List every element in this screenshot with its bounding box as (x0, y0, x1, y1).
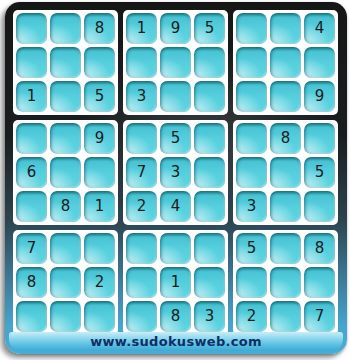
cell-r4c6[interactable] (194, 123, 225, 154)
cell-r5c9[interactable]: 5 (304, 157, 335, 188)
cell-r6c7[interactable]: 3 (236, 191, 267, 222)
cell-r5c8[interactable] (270, 157, 301, 188)
cell-r4c5[interactable]: 5 (160, 123, 191, 154)
box-5: 57324 (123, 120, 228, 225)
cell-r6c9[interactable] (304, 191, 335, 222)
cell-r9c8[interactable] (270, 301, 301, 332)
site-url-link[interactable]: www.sudokusweb.com (90, 334, 262, 349)
cell-r6c4[interactable]: 2 (126, 191, 157, 222)
cell-r7c7[interactable]: 5 (236, 233, 267, 264)
cell-r5c6[interactable] (194, 157, 225, 188)
cell-r2c4[interactable] (126, 47, 157, 78)
sudoku-grid: 8151953499681573248537821835827 (13, 10, 338, 335)
cell-r7c6[interactable] (194, 233, 225, 264)
cell-r4c4[interactable] (126, 123, 157, 154)
cell-r2c9[interactable] (304, 47, 335, 78)
box-7: 782 (13, 230, 118, 335)
box-3: 49 (233, 10, 338, 115)
cell-r9c4[interactable] (126, 301, 157, 332)
cell-r7c2[interactable] (50, 233, 81, 264)
cell-r2c8[interactable] (270, 47, 301, 78)
cell-r9c6[interactable]: 3 (194, 301, 225, 332)
cell-r6c3[interactable]: 1 (84, 191, 115, 222)
cell-r3c5[interactable] (160, 81, 191, 112)
cell-r5c5[interactable]: 3 (160, 157, 191, 188)
cell-r6c1[interactable] (16, 191, 47, 222)
cell-r4c2[interactable] (50, 123, 81, 154)
cell-r8c3[interactable]: 2 (84, 267, 115, 298)
cell-r1c4[interactable]: 1 (126, 13, 157, 44)
cell-r9c1[interactable] (16, 301, 47, 332)
cell-r3c1[interactable]: 1 (16, 81, 47, 112)
cell-r3c3[interactable]: 5 (84, 81, 115, 112)
cell-r1c2[interactable] (50, 13, 81, 44)
cell-r5c3[interactable] (84, 157, 115, 188)
box-9: 5827 (233, 230, 338, 335)
cell-r1c8[interactable] (270, 13, 301, 44)
cell-r8c5[interactable]: 1 (160, 267, 191, 298)
cell-r4c8[interactable]: 8 (270, 123, 301, 154)
cell-r7c8[interactable] (270, 233, 301, 264)
sudoku-page: 8151953499681573248537821835827 www.sudo… (0, 0, 350, 360)
cell-r2c2[interactable] (50, 47, 81, 78)
box-4: 9681 (13, 120, 118, 225)
cell-r6c5[interactable]: 4 (160, 191, 191, 222)
cell-r5c1[interactable]: 6 (16, 157, 47, 188)
cell-r3c9[interactable]: 9 (304, 81, 335, 112)
cell-r9c3[interactable] (84, 301, 115, 332)
cell-r6c2[interactable]: 8 (50, 191, 81, 222)
cell-r7c4[interactable] (126, 233, 157, 264)
cell-r8c9[interactable] (304, 267, 335, 298)
cell-r8c1[interactable]: 8 (16, 267, 47, 298)
cell-r6c8[interactable] (270, 191, 301, 222)
cell-r4c3[interactable]: 9 (84, 123, 115, 154)
cell-r2c3[interactable] (84, 47, 115, 78)
box-2: 1953 (123, 10, 228, 115)
cell-r1c9[interactable]: 4 (304, 13, 335, 44)
cell-r8c7[interactable] (236, 267, 267, 298)
cell-r4c7[interactable] (236, 123, 267, 154)
cell-r3c7[interactable] (236, 81, 267, 112)
cell-r1c1[interactable] (16, 13, 47, 44)
cell-r5c2[interactable] (50, 157, 81, 188)
cell-r6c6[interactable] (194, 191, 225, 222)
cell-r1c6[interactable]: 5 (194, 13, 225, 44)
sudoku-board-frame: 8151953499681573248537821835827 www.sudo… (5, 2, 347, 354)
cell-r2c6[interactable] (194, 47, 225, 78)
cell-r7c1[interactable]: 7 (16, 233, 47, 264)
cell-r3c4[interactable]: 3 (126, 81, 157, 112)
cell-r3c6[interactable] (194, 81, 225, 112)
cell-r8c4[interactable] (126, 267, 157, 298)
cell-r5c4[interactable]: 7 (126, 157, 157, 188)
cell-r3c2[interactable] (50, 81, 81, 112)
cell-r3c8[interactable] (270, 81, 301, 112)
footer-bar: www.sudokusweb.com (9, 332, 343, 351)
cell-r8c8[interactable] (270, 267, 301, 298)
cell-r2c5[interactable] (160, 47, 191, 78)
cell-r1c3[interactable]: 8 (84, 13, 115, 44)
box-6: 853 (233, 120, 338, 225)
box-8: 183 (123, 230, 228, 335)
cell-r9c7[interactable]: 2 (236, 301, 267, 332)
cell-r5c7[interactable] (236, 157, 267, 188)
cell-r4c1[interactable] (16, 123, 47, 154)
cell-r8c2[interactable] (50, 267, 81, 298)
cell-r2c1[interactable] (16, 47, 47, 78)
cell-r9c5[interactable]: 8 (160, 301, 191, 332)
cell-r4c9[interactable] (304, 123, 335, 154)
cell-r8c6[interactable] (194, 267, 225, 298)
cell-r7c5[interactable] (160, 233, 191, 264)
cell-r2c7[interactable] (236, 47, 267, 78)
cell-r9c2[interactable] (50, 301, 81, 332)
cell-r1c7[interactable] (236, 13, 267, 44)
cell-r7c3[interactable] (84, 233, 115, 264)
cell-r7c9[interactable]: 8 (304, 233, 335, 264)
cell-r1c5[interactable]: 9 (160, 13, 191, 44)
box-1: 815 (13, 10, 118, 115)
cell-r9c9[interactable]: 7 (304, 301, 335, 332)
